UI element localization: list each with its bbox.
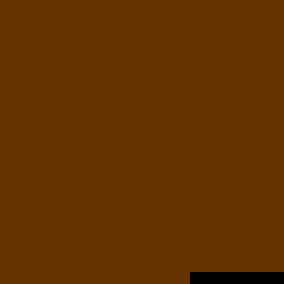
site-credit-banner (190, 272, 284, 284)
chess-diagram (0, 0, 284, 284)
chess-board (10, 10, 272, 272)
rank-labels (0, 10, 10, 272)
file-labels (10, 0, 272, 10)
